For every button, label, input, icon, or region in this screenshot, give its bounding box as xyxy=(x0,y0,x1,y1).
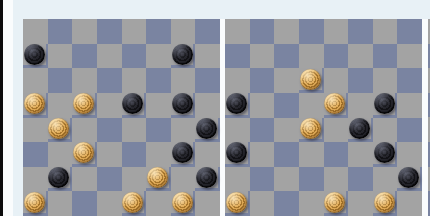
piece-sprite-tile xyxy=(195,167,218,189)
square-right-board-r5c7[interactable] xyxy=(397,142,422,167)
square-left-board-r7c3[interactable] xyxy=(97,191,122,216)
black-man-r4c5[interactable] xyxy=(349,118,370,139)
square-right-board-r4c1[interactable] xyxy=(250,118,275,143)
piece-sprite-tile xyxy=(373,142,396,164)
black-man-r5c6[interactable] xyxy=(172,142,193,163)
square-left-board-r6c0[interactable] xyxy=(23,167,48,192)
square-left-board-r4c1[interactable] xyxy=(48,118,73,143)
square-right-board-r6c1[interactable] xyxy=(250,167,275,192)
square-left-board-r6c4[interactable] xyxy=(122,167,147,192)
gold-man-r3c0[interactable] xyxy=(24,93,45,114)
square-right-board-r6c2[interactable] xyxy=(274,167,299,192)
piece-sprite-tile xyxy=(348,118,371,140)
square-right-board-r2c7[interactable] xyxy=(397,68,422,93)
black-man-r1c6[interactable] xyxy=(172,44,193,65)
square-left-board-r6c7[interactable] xyxy=(195,167,220,192)
square-left-board-r3c4[interactable] xyxy=(122,93,147,118)
black-man-r3c0[interactable] xyxy=(226,93,247,114)
square-left-board-r1c0[interactable] xyxy=(23,44,48,69)
square-left-board-r1c1[interactable] xyxy=(48,44,73,69)
gold-man-r5c2[interactable] xyxy=(73,142,94,163)
square-right-board-r1c2[interactable] xyxy=(274,44,299,69)
square-right-board-r4c6[interactable] xyxy=(373,118,398,143)
square-right-board-r7c4[interactable] xyxy=(324,191,349,216)
square-right-board-r2c4[interactable] xyxy=(324,68,349,93)
gold-man-r7c4[interactable] xyxy=(122,192,143,213)
square-left-board-r1c3[interactable] xyxy=(97,44,122,69)
piece-sprite-tile xyxy=(23,191,46,213)
square-right-board-r3c3[interactable] xyxy=(299,93,324,118)
square-right-board-r1c4[interactable] xyxy=(324,44,349,69)
square-right-board-r2c3[interactable] xyxy=(299,68,324,93)
square-right-board-r3c4[interactable] xyxy=(324,93,349,118)
square-left-board-r5c3[interactable] xyxy=(97,142,122,167)
piece-sprite-tile xyxy=(299,118,322,140)
square-right-board-r6c3[interactable] xyxy=(299,167,324,192)
square-right-board-r5c6[interactable] xyxy=(373,142,398,167)
square-left-board-r2c4[interactable] xyxy=(122,68,147,93)
square-right-board-r2c0[interactable] xyxy=(225,68,250,93)
square-right-board-r5c1[interactable] xyxy=(250,142,275,167)
square-right-board-r7c2[interactable] xyxy=(274,191,299,216)
square-left-board-r5c5[interactable] xyxy=(146,142,171,167)
square-left-board-r5c4[interactable] xyxy=(122,142,147,167)
square-left-board-r7c1[interactable] xyxy=(48,191,73,216)
piece-sprite-tile xyxy=(72,142,95,164)
square-left-board-r3c6[interactable] xyxy=(171,93,196,118)
piece-sprite-tile xyxy=(397,167,420,189)
piece-sprite-tile xyxy=(23,44,46,66)
square-right-board-r0c3[interactable] xyxy=(299,19,324,44)
square-left-board-r3c2[interactable] xyxy=(72,93,97,118)
piece-sprite-tile xyxy=(23,93,46,115)
square-left-board-r7c7[interactable] xyxy=(195,191,220,216)
square-left-board-r4c0[interactable] xyxy=(23,118,48,143)
gold-man-r2c3[interactable] xyxy=(300,69,321,90)
square-right-board-r6c0[interactable] xyxy=(225,167,250,192)
square-left-board-r6c5[interactable] xyxy=(146,167,171,192)
square-right-board-r1c1[interactable] xyxy=(250,44,275,69)
gold-man-r6c5[interactable] xyxy=(147,167,168,188)
square-left-board-r4c2[interactable] xyxy=(72,118,97,143)
square-left-board-r2c6[interactable] xyxy=(171,68,196,93)
square-left-board-r1c7[interactable] xyxy=(195,44,220,69)
gold-man-r3c2[interactable] xyxy=(73,93,94,114)
gold-man-r7c0[interactable] xyxy=(226,192,247,213)
square-right-board-r3c2[interactable] xyxy=(274,93,299,118)
square-right-board-r3c0[interactable] xyxy=(225,93,250,118)
gold-man-r4c1[interactable] xyxy=(48,118,69,139)
square-left-board-r2c5[interactable] xyxy=(146,68,171,93)
square-left-board-r0c4[interactable] xyxy=(122,19,147,44)
piece-sprite-tile xyxy=(373,93,396,115)
square-right-board-r5c2[interactable] xyxy=(274,142,299,167)
square-right-board-r1c0[interactable] xyxy=(225,44,250,69)
piece-sprite-tile xyxy=(324,191,347,213)
piece-sprite-tile xyxy=(373,191,396,213)
square-right-board-r5c5[interactable] xyxy=(348,142,373,167)
square-right-board-r7c7[interactable] xyxy=(397,191,422,216)
square-left-board-r4c5[interactable] xyxy=(146,118,171,143)
square-right-board-r0c7[interactable] xyxy=(397,19,422,44)
square-left-board-r7c0[interactable] xyxy=(23,191,48,216)
piece-sprite-tile xyxy=(225,191,248,213)
square-right-board-r2c6[interactable] xyxy=(373,68,398,93)
square-right-board-r7c5[interactable] xyxy=(348,191,373,216)
gold-man-r7c6[interactable] xyxy=(374,192,395,213)
square-left-board-r6c2[interactable] xyxy=(72,167,97,192)
square-right-board-r4c2[interactable] xyxy=(274,118,299,143)
piece-sprite-tile xyxy=(324,93,347,115)
square-right-board-r7c0[interactable] xyxy=(225,191,250,216)
black-man-r6c7[interactable] xyxy=(398,167,419,188)
square-left-board-r3c7[interactable] xyxy=(195,93,220,118)
piece-sprite-tile xyxy=(48,118,71,140)
square-right-board-r7c3[interactable] xyxy=(299,191,324,216)
square-left-board-r7c5[interactable] xyxy=(146,191,171,216)
square-right-board-r0c4[interactable] xyxy=(324,19,349,44)
square-right-board-r7c1[interactable] xyxy=(250,191,275,216)
square-left-board-r0c0[interactable] xyxy=(23,19,48,44)
square-right-board-r5c3[interactable] xyxy=(299,142,324,167)
square-right-board-r1c5[interactable] xyxy=(348,44,373,69)
square-left-board-r4c6[interactable] xyxy=(171,118,196,143)
square-right-board-r2c5[interactable] xyxy=(348,68,373,93)
black-man-r4c7[interactable] xyxy=(196,118,217,139)
piece-sprite-tile xyxy=(122,191,145,213)
piece-sprite-tile xyxy=(48,167,71,189)
square-left-board-r0c1[interactable] xyxy=(48,19,73,44)
square-left-board-r5c7[interactable] xyxy=(195,142,220,167)
square-left-board-r3c0[interactable] xyxy=(23,93,48,118)
square-right-board-r0c6[interactable] xyxy=(373,19,398,44)
square-left-board-r7c6[interactable] xyxy=(171,191,196,216)
square-left-board-r3c5[interactable] xyxy=(146,93,171,118)
square-left-board-r0c3[interactable] xyxy=(97,19,122,44)
black-man-r3c4[interactable] xyxy=(122,93,143,114)
square-right-board-r4c3[interactable] xyxy=(299,118,324,143)
square-right-board-r1c3[interactable] xyxy=(299,44,324,69)
black-man-r5c0[interactable] xyxy=(226,142,247,163)
black-man-r3c6[interactable] xyxy=(374,93,395,114)
square-left-board-r1c6[interactable] xyxy=(171,44,196,69)
square-right-board-r4c5[interactable] xyxy=(348,118,373,143)
piece-sprite-tile xyxy=(171,142,194,164)
square-left-board-r5c6[interactable] xyxy=(171,142,196,167)
gold-man-r3c4[interactable] xyxy=(324,93,345,114)
gold-man-r7c4[interactable] xyxy=(324,192,345,213)
square-right-board-r0c0[interactable] xyxy=(225,19,250,44)
square-right-board-r2c1[interactable] xyxy=(250,68,275,93)
gold-man-r4c3[interactable] xyxy=(300,118,321,139)
piece-sprite-tile xyxy=(195,118,218,140)
square-right-board-r0c2[interactable] xyxy=(274,19,299,44)
left-margin-band xyxy=(3,0,13,216)
square-left-board-r0c5[interactable] xyxy=(146,19,171,44)
square-left-board-r6c3[interactable] xyxy=(97,167,122,192)
piece-sprite-tile xyxy=(146,167,169,189)
square-right-board-r0c1[interactable] xyxy=(250,19,275,44)
square-left-board-r5c1[interactable] xyxy=(48,142,73,167)
checkers-board-left xyxy=(23,19,220,216)
gold-man-r7c0[interactable] xyxy=(24,192,45,213)
piece-sprite-tile xyxy=(171,44,194,66)
gold-man-r7c6[interactable] xyxy=(172,192,193,213)
black-man-r3c6[interactable] xyxy=(172,93,193,114)
piece-sprite-tile xyxy=(299,68,322,90)
square-left-board-r5c0[interactable] xyxy=(23,142,48,167)
square-left-board-r0c6[interactable] xyxy=(171,19,196,44)
square-right-board-r3c1[interactable] xyxy=(250,93,275,118)
square-left-board-r7c2[interactable] xyxy=(72,191,97,216)
piece-sprite-tile xyxy=(122,93,145,115)
square-left-board-r2c7[interactable] xyxy=(195,68,220,93)
square-left-board-r7c4[interactable] xyxy=(122,191,147,216)
piece-sprite-tile xyxy=(225,142,248,164)
square-left-board-r1c5[interactable] xyxy=(146,44,171,69)
square-right-board-r6c4[interactable] xyxy=(324,167,349,192)
square-left-board-r2c2[interactable] xyxy=(72,68,97,93)
square-right-board-r5c4[interactable] xyxy=(324,142,349,167)
black-man-r6c1[interactable] xyxy=(48,167,69,188)
black-man-r6c7[interactable] xyxy=(196,167,217,188)
square-right-board-r4c7[interactable] xyxy=(397,118,422,143)
piece-sprite-tile xyxy=(171,191,194,213)
square-left-board-r4c7[interactable] xyxy=(195,118,220,143)
square-left-board-r2c0[interactable] xyxy=(23,68,48,93)
square-left-board-r0c2[interactable] xyxy=(72,19,97,44)
checkers-board-right xyxy=(225,19,422,216)
square-left-board-r1c2[interactable] xyxy=(72,44,97,69)
square-right-board-r1c6[interactable] xyxy=(373,44,398,69)
square-right-board-r7c6[interactable] xyxy=(373,191,398,216)
square-left-board-r5c2[interactable] xyxy=(72,142,97,167)
square-right-board-r4c4[interactable] xyxy=(324,118,349,143)
square-right-board-r6c5[interactable] xyxy=(348,167,373,192)
square-left-board-r2c3[interactable] xyxy=(97,68,122,93)
square-right-board-r6c7[interactable] xyxy=(397,167,422,192)
square-right-board-r0c5[interactable] xyxy=(348,19,373,44)
square-right-board-r6c6[interactable] xyxy=(373,167,398,192)
piece-sprite-tile xyxy=(72,93,95,115)
square-left-board-r4c3[interactable] xyxy=(97,118,122,143)
square-left-board-r3c3[interactable] xyxy=(97,93,122,118)
square-right-board-r5c0[interactable] xyxy=(225,142,250,167)
square-right-board-r3c7[interactable] xyxy=(397,93,422,118)
square-left-board-r3c1[interactable] xyxy=(48,93,73,118)
square-left-board-r1c4[interactable] xyxy=(122,44,147,69)
square-right-board-r3c5[interactable] xyxy=(348,93,373,118)
black-man-r1c0[interactable] xyxy=(24,44,45,65)
square-left-board-r2c1[interactable] xyxy=(48,68,73,93)
square-left-board-r0c7[interactable] xyxy=(195,19,220,44)
piece-sprite-tile xyxy=(171,93,194,115)
piece-sprite-tile xyxy=(225,93,248,115)
square-left-board-r4c4[interactable] xyxy=(122,118,147,143)
square-right-board-r4c0[interactable] xyxy=(225,118,250,143)
square-left-board-r6c1[interactable] xyxy=(48,167,73,192)
square-right-board-r1c7[interactable] xyxy=(397,44,422,69)
black-man-r5c6[interactable] xyxy=(374,142,395,163)
square-right-board-r3c6[interactable] xyxy=(373,93,398,118)
square-left-board-r6c6[interactable] xyxy=(171,167,196,192)
square-right-board-r2c2[interactable] xyxy=(274,68,299,93)
